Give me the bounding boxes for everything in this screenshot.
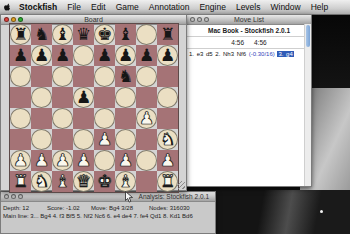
white-queen: ♛: [76, 171, 91, 192]
black-knight: ♞: [34, 24, 49, 45]
move-list-text[interactable]: 1. e3 d5 2. Nh3 Nf6 (-0.30/16) 3. g4: [187, 49, 311, 58]
moves-played: 1. e3 d5 2. Nh3 Nf6: [189, 51, 246, 57]
menu-item-file[interactable]: File: [62, 2, 86, 12]
white-bishop: ♝: [55, 171, 70, 192]
score-value: Score: -1.02: [47, 205, 91, 211]
square-h6[interactable]: [157, 66, 178, 87]
white-pawn: ♟: [160, 150, 175, 171]
black-pawn: ♟: [55, 45, 70, 66]
chess-board[interactable]: ♜♞♝♛♚♝♜♟♟♟♟♟♟♟♞♟♟♟♞♟♟♟♟♟♟♜♞♝♛♚♝♜: [9, 23, 179, 193]
close-icon[interactable]: [4, 17, 9, 22]
white-pawn: ♟: [76, 150, 91, 171]
square-b8[interactable]: ♞: [31, 24, 52, 45]
black-rook: ♜: [13, 24, 28, 45]
resize-grip[interactable]: [177, 181, 185, 189]
zoom-icon[interactable]: [18, 194, 23, 199]
square-d3[interactable]: [73, 129, 94, 150]
close-icon[interactable]: [190, 17, 195, 22]
main-line-text: Main line: 3... Bg4 4. f3 Bf5 5. Nf2 Nc6…: [1, 211, 215, 219]
square-e8[interactable]: ♚: [94, 24, 115, 45]
scrollbar[interactable]: [304, 24, 311, 186]
white-pawn: ♟: [34, 150, 49, 171]
square-a6[interactable]: [10, 66, 31, 87]
white-pawn: ♟: [118, 150, 133, 171]
square-h4[interactable]: [157, 108, 178, 129]
square-h7[interactable]: ♟: [157, 45, 178, 66]
square-b7[interactable]: ♟: [31, 45, 52, 66]
square-d8[interactable]: ♛: [73, 24, 94, 45]
white-pawn: ♟: [97, 129, 112, 150]
square-f5[interactable]: [115, 87, 136, 108]
square-c8[interactable]: ♝: [52, 24, 73, 45]
white-knight: ♞: [160, 129, 175, 150]
square-c6[interactable]: [52, 66, 73, 87]
square-h1[interactable]: ♜: [157, 171, 178, 192]
game-title: Mac Book - Stockfish 2.0.1: [187, 25, 311, 37]
zoom-icon[interactable]: [18, 17, 23, 22]
square-c5[interactable]: [52, 87, 73, 108]
square-g2[interactable]: [136, 150, 157, 171]
white-pawn: ♟: [55, 150, 70, 171]
square-f6[interactable]: ♞: [115, 66, 136, 87]
minimize-icon[interactable]: [11, 194, 16, 199]
black-knight: ♞: [118, 66, 133, 87]
apple-menu-icon[interactable]: [0, 3, 14, 12]
square-d2[interactable]: ♟: [73, 150, 94, 171]
move-list-window-title: Move List: [234, 15, 264, 24]
square-g7[interactable]: ♟: [136, 45, 157, 66]
nodes-value: Nodes: 316030: [149, 205, 211, 211]
menu-item-stockfish[interactable]: Stockfish: [14, 2, 62, 12]
square-h8[interactable]: ♜: [157, 24, 178, 45]
black-pawn: ♟: [97, 45, 112, 66]
mouse-cursor: [125, 189, 135, 201]
wallpaper-swoosh-lower: [214, 190, 350, 234]
square-f3[interactable]: [115, 129, 136, 150]
square-e1[interactable]: ♚: [94, 171, 115, 192]
square-b5[interactable]: [31, 87, 52, 108]
square-g6[interactable]: [136, 66, 157, 87]
square-b4[interactable]: [31, 108, 52, 129]
square-g3[interactable]: [136, 129, 157, 150]
square-a4[interactable]: [10, 108, 31, 129]
white-clock: 4:56: [231, 39, 244, 46]
square-g5[interactable]: [136, 87, 157, 108]
minimize-icon[interactable]: [11, 17, 16, 22]
square-c3[interactable]: [52, 129, 73, 150]
square-a1[interactable]: ♜: [10, 171, 31, 192]
square-d7[interactable]: [73, 45, 94, 66]
analysis-window: Analysis: Stockfish 2.0.1 Depth: 12 Scor…: [0, 191, 216, 234]
current-move[interactable]: 3. g4: [277, 51, 293, 57]
board-window: Board ♜♞♝♛♚♝♜♟♟♟♟♟♟♟♞♟♟♟♞♟♟♟♟♟♟♜♞♝♛♚♝♜: [0, 14, 187, 191]
black-pawn: ♟: [139, 45, 154, 66]
square-f8[interactable]: ♝: [115, 24, 136, 45]
black-king: ♚: [97, 24, 112, 45]
minimize-icon[interactable]: [197, 17, 202, 22]
black-pawn: ♟: [13, 45, 28, 66]
square-b1[interactable]: ♞: [31, 171, 52, 192]
menu-item-game[interactable]: Game: [111, 2, 144, 12]
black-pawn: ♟: [160, 45, 175, 66]
scrollbar-thumb[interactable]: [306, 25, 310, 47]
analysis-window-title: Analysis: Stockfish 2.0.1: [139, 192, 209, 201]
square-c1[interactable]: ♝: [52, 171, 73, 192]
black-pawn: ♟: [76, 87, 91, 108]
white-pawn: ♟: [139, 108, 154, 129]
square-b3[interactable]: [31, 129, 52, 150]
desktop-dot: [320, 210, 323, 213]
square-f4[interactable]: [115, 108, 136, 129]
menu-item-edit[interactable]: Edit: [86, 2, 111, 12]
move-value: Move: Bg4 3/28: [91, 205, 149, 211]
white-rook: ♜: [160, 171, 175, 192]
black-queen: ♛: [76, 24, 91, 45]
clocks-row: 4:56 4:56: [187, 37, 311, 49]
move-list-titlebar[interactable]: Move List: [187, 15, 311, 25]
black-pawn: ♟: [118, 45, 133, 66]
white-rook: ♜: [13, 171, 28, 192]
square-e6[interactable]: [94, 66, 115, 87]
square-e7[interactable]: ♟: [94, 45, 115, 66]
square-a3[interactable]: [10, 129, 31, 150]
white-king: ♚: [97, 171, 112, 192]
engine-stats-row: Depth: 12 Score: -1.02 Move: Bg4 3/28 No…: [1, 202, 215, 211]
square-a8[interactable]: ♜: [10, 24, 31, 45]
black-bishop: ♝: [55, 24, 70, 45]
white-pawn: ♟: [13, 150, 28, 171]
square-f7[interactable]: ♟: [115, 45, 136, 66]
menu-item-window[interactable]: Window: [265, 2, 305, 12]
black-bishop: ♝: [118, 24, 133, 45]
depth-value: Depth: 12: [3, 205, 47, 211]
square-e2[interactable]: [94, 150, 115, 171]
close-icon[interactable]: [4, 194, 9, 199]
square-e3[interactable]: ♟: [94, 129, 115, 150]
square-a2[interactable]: ♟: [10, 150, 31, 171]
black-clock: 4:56: [254, 39, 267, 46]
square-d1[interactable]: ♛: [73, 171, 94, 192]
square-g8[interactable]: [136, 24, 157, 45]
engine-eval: (-0.30/16): [249, 51, 275, 57]
square-b6[interactable]: [31, 66, 52, 87]
square-b2[interactable]: ♟: [31, 150, 52, 171]
square-d6[interactable]: [73, 66, 94, 87]
square-c2[interactable]: ♟: [52, 150, 73, 171]
zoom-icon[interactable]: [204, 17, 209, 22]
menu-item-engine[interactable]: Engine: [194, 2, 230, 12]
square-a7[interactable]: ♟: [10, 45, 31, 66]
square-d5[interactable]: ♟: [73, 87, 94, 108]
square-h5[interactable]: [157, 87, 178, 108]
black-rook: ♜: [160, 24, 175, 45]
menu-item-levels[interactable]: Levels: [231, 2, 266, 12]
square-h3[interactable]: ♞: [157, 129, 178, 150]
square-h2[interactable]: ♟: [157, 150, 178, 171]
square-e4[interactable]: [94, 108, 115, 129]
square-g1[interactable]: [136, 171, 157, 192]
move-list-window: Move List Mac Book - Stockfish 2.0.1 4:5…: [186, 14, 312, 187]
analysis-titlebar[interactable]: Analysis: Stockfish 2.0.1: [1, 192, 215, 202]
black-pawn: ♟: [34, 45, 49, 66]
square-g4[interactable]: ♟: [136, 108, 157, 129]
white-knight: ♞: [34, 171, 49, 192]
menu-bar: Stockfish File Edit Game Annotation Engi…: [0, 0, 350, 15]
menu-item-help[interactable]: Help: [306, 2, 333, 12]
square-e5[interactable]: [94, 87, 115, 108]
square-a5[interactable]: [10, 87, 31, 108]
square-c4[interactable]: [52, 108, 73, 129]
menu-item-annotation[interactable]: Annotation: [144, 2, 195, 12]
square-c7[interactable]: ♟: [52, 45, 73, 66]
desktop: Stockfish File Edit Game Annotation Engi…: [0, 0, 350, 234]
square-d4[interactable]: [73, 108, 94, 129]
square-f2[interactable]: ♟: [115, 150, 136, 171]
